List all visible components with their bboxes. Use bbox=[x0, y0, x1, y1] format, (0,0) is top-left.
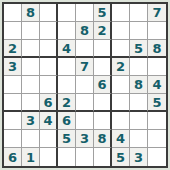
cell-r7c7[interactable] bbox=[112, 112, 130, 130]
cell-r1c9[interactable]: 7 bbox=[148, 4, 166, 22]
cell-r8c6[interactable]: 8 bbox=[94, 130, 112, 148]
cell-r5c3[interactable] bbox=[40, 76, 58, 94]
cell-r5c7[interactable] bbox=[112, 76, 130, 94]
cell-r5c5[interactable] bbox=[76, 76, 94, 94]
cell-r1c2[interactable]: 8 bbox=[22, 4, 40, 22]
cell-r2c5[interactable]: 8 bbox=[76, 22, 94, 40]
cell-r7c8[interactable] bbox=[130, 112, 148, 130]
cell-r8c9[interactable] bbox=[148, 130, 166, 148]
cell-r4c8[interactable] bbox=[130, 58, 148, 76]
cell-r9c7[interactable]: 5 bbox=[112, 148, 130, 166]
cell-r8c7[interactable]: 4 bbox=[112, 130, 130, 148]
cell-r5c9[interactable]: 4 bbox=[148, 76, 166, 94]
cell-r3c3[interactable] bbox=[40, 40, 58, 58]
cell-r4c3[interactable] bbox=[40, 58, 58, 76]
cell-r2c2[interactable] bbox=[22, 22, 40, 40]
cell-r2c7[interactable] bbox=[112, 22, 130, 40]
cell-r6c3[interactable]: 6 bbox=[40, 94, 58, 112]
cell-r7c4[interactable]: 6 bbox=[58, 112, 76, 130]
cell-r4c4[interactable] bbox=[58, 58, 76, 76]
cell-r3c1[interactable]: 2 bbox=[4, 40, 22, 58]
cell-r3c6[interactable] bbox=[94, 40, 112, 58]
cell-r1c4[interactable] bbox=[58, 4, 76, 22]
cell-r5c4[interactable] bbox=[58, 76, 76, 94]
cell-r5c6[interactable]: 6 bbox=[94, 76, 112, 94]
cell-r6c1[interactable] bbox=[4, 94, 22, 112]
cell-r1c7[interactable] bbox=[112, 4, 130, 22]
cell-r5c2[interactable] bbox=[22, 76, 40, 94]
cell-r5c8[interactable]: 8 bbox=[130, 76, 148, 94]
cell-r6c9[interactable]: 5 bbox=[148, 94, 166, 112]
cell-r8c8[interactable] bbox=[130, 130, 148, 148]
cell-r4c7[interactable]: 2 bbox=[112, 58, 130, 76]
cell-r9c9[interactable] bbox=[148, 148, 166, 166]
cell-r2c3[interactable] bbox=[40, 22, 58, 40]
cell-r6c4[interactable]: 2 bbox=[58, 94, 76, 112]
cell-r2c4[interactable] bbox=[58, 22, 76, 40]
cell-r6c5[interactable] bbox=[76, 94, 94, 112]
cell-r1c5[interactable] bbox=[76, 4, 94, 22]
cell-r7c5[interactable] bbox=[76, 112, 94, 130]
cell-r7c1[interactable] bbox=[4, 112, 22, 130]
cell-r7c9[interactable] bbox=[148, 112, 166, 130]
cell-r9c3[interactable] bbox=[40, 148, 58, 166]
cell-r3c2[interactable] bbox=[22, 40, 40, 58]
cell-r2c6[interactable]: 2 bbox=[94, 22, 112, 40]
cell-r3c9[interactable]: 8 bbox=[148, 40, 166, 58]
cell-r4c5[interactable]: 7 bbox=[76, 58, 94, 76]
cell-r8c1[interactable] bbox=[4, 130, 22, 148]
cell-r9c8[interactable]: 3 bbox=[130, 148, 148, 166]
cell-r7c2[interactable]: 3 bbox=[22, 112, 40, 130]
cell-r1c3[interactable] bbox=[40, 4, 58, 22]
cell-r3c5[interactable] bbox=[76, 40, 94, 58]
cell-r3c4[interactable]: 4 bbox=[58, 40, 76, 58]
cell-r6c6[interactable] bbox=[94, 94, 112, 112]
cell-r9c4[interactable] bbox=[58, 148, 76, 166]
cell-r7c3[interactable]: 4 bbox=[40, 112, 58, 130]
cell-r3c8[interactable]: 5 bbox=[130, 40, 148, 58]
cell-r2c9[interactable] bbox=[148, 22, 166, 40]
cell-r2c8[interactable] bbox=[130, 22, 148, 40]
cell-r2c1[interactable] bbox=[4, 22, 22, 40]
cell-r1c6[interactable]: 5 bbox=[94, 4, 112, 22]
cell-r4c6[interactable] bbox=[94, 58, 112, 76]
cell-r9c2[interactable]: 1 bbox=[22, 148, 40, 166]
cell-r8c4[interactable]: 5 bbox=[58, 130, 76, 148]
cell-r6c2[interactable] bbox=[22, 94, 40, 112]
cell-r5c1[interactable] bbox=[4, 76, 22, 94]
cell-r8c3[interactable] bbox=[40, 130, 58, 148]
cell-r9c1[interactable]: 6 bbox=[4, 148, 22, 166]
cell-r8c2[interactable] bbox=[22, 130, 40, 148]
cell-r1c8[interactable] bbox=[130, 4, 148, 22]
cell-r9c5[interactable] bbox=[76, 148, 94, 166]
cell-r4c2[interactable] bbox=[22, 58, 40, 76]
cell-r7c6[interactable] bbox=[94, 112, 112, 130]
cell-r4c1[interactable]: 3 bbox=[4, 58, 22, 76]
cell-r8c5[interactable]: 3 bbox=[76, 130, 94, 148]
cell-r1c1[interactable] bbox=[4, 4, 22, 22]
sudoku-board: 85782245837268462534653846153 bbox=[2, 2, 168, 168]
cell-r3c7[interactable] bbox=[112, 40, 130, 58]
cell-r6c8[interactable] bbox=[130, 94, 148, 112]
cell-r6c7[interactable] bbox=[112, 94, 130, 112]
cell-r4c9[interactable] bbox=[148, 58, 166, 76]
cell-r9c6[interactable] bbox=[94, 148, 112, 166]
